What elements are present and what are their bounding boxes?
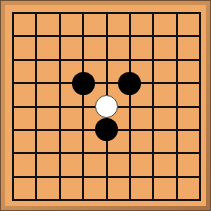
grid-line-vertical (129, 12, 131, 201)
white-stone[interactable] (95, 95, 118, 118)
board-grid[interactable] (13, 13, 200, 200)
grid-line-vertical (152, 12, 154, 201)
black-stone[interactable] (95, 118, 118, 141)
grid-line-vertical (176, 12, 178, 201)
grid-line-vertical (199, 12, 201, 201)
black-stone[interactable] (118, 72, 141, 95)
go-board (0, 0, 211, 211)
grid-line-horizontal (12, 152, 201, 154)
go-app (0, 0, 211, 211)
grid-line-horizontal (12, 176, 201, 178)
grid-line-horizontal (12, 199, 201, 201)
board-field (5, 5, 206, 206)
black-stone[interactable] (72, 72, 95, 95)
